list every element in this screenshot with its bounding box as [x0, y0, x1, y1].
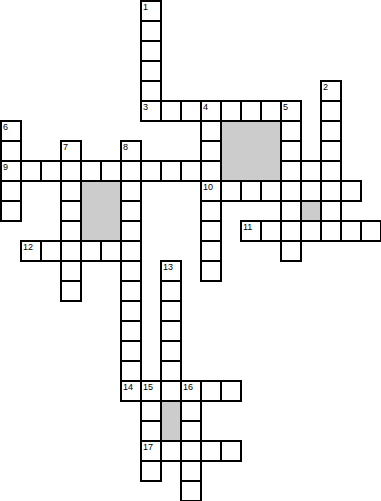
cell-r22c9[interactable] [180, 440, 202, 462]
cell-r19c7[interactable] [140, 380, 162, 402]
cell-r6c14[interactable] [280, 120, 302, 142]
cell-r8c4[interactable] [80, 160, 102, 182]
cell-r23c9[interactable] [180, 460, 202, 482]
cell-r19c9[interactable] [180, 380, 202, 402]
cell-r10c3[interactable] [60, 200, 82, 222]
cell-r5c12[interactable] [240, 100, 262, 122]
crossword-grid: 1234567891011121314151617 [0, 0, 381, 501]
cell-r5c8[interactable] [160, 100, 182, 122]
cell-r9c11[interactable] [220, 180, 242, 202]
picture-block-3 [302, 202, 320, 220]
cell-r11c14[interactable] [280, 220, 302, 242]
cell-r16c8[interactable] [160, 320, 182, 342]
picture-block-2 [82, 182, 120, 240]
cell-r14c8[interactable] [160, 280, 182, 302]
cell-r5c9[interactable] [180, 100, 202, 122]
cell-r6c0[interactable] [0, 120, 22, 142]
cell-r11c17[interactable] [340, 220, 362, 242]
cell-r6c16[interactable] [320, 120, 342, 142]
cell-r15c8[interactable] [160, 300, 182, 322]
cell-r20c9[interactable] [180, 400, 202, 422]
cell-r12c3[interactable] [60, 240, 82, 262]
cell-r17c6[interactable] [120, 340, 142, 362]
cell-r1c7[interactable] [140, 20, 162, 42]
cell-r10c10[interactable] [200, 200, 222, 222]
cell-r5c10[interactable] [200, 100, 222, 122]
cell-r5c7[interactable] [140, 100, 162, 122]
cell-r19c6[interactable] [120, 380, 142, 402]
cell-r16c6[interactable] [120, 320, 142, 342]
cell-r5c16[interactable] [320, 100, 342, 122]
cell-r8c9[interactable] [180, 160, 202, 182]
cell-r8c14[interactable] [280, 160, 302, 182]
cell-r8c1[interactable] [20, 160, 42, 182]
cell-r14c6[interactable] [120, 280, 142, 302]
cell-r8c2[interactable] [40, 160, 62, 182]
cell-r9c10[interactable] [200, 180, 222, 202]
cell-r21c9[interactable] [180, 420, 202, 442]
cell-r11c12[interactable] [240, 220, 262, 242]
cell-r8c16[interactable] [320, 160, 342, 182]
cell-r9c0[interactable] [0, 180, 22, 202]
cell-r10c6[interactable] [120, 200, 142, 222]
cell-r11c3[interactable] [60, 220, 82, 242]
cell-r5c13[interactable] [260, 100, 282, 122]
cell-r22c7[interactable] [140, 440, 162, 462]
cell-r24c9[interactable] [180, 480, 202, 501]
cell-r9c15[interactable] [300, 180, 322, 202]
cell-r0c7[interactable] [140, 0, 162, 22]
cell-r4c7[interactable] [140, 80, 162, 102]
cell-r12c2[interactable] [40, 240, 62, 262]
cell-r8c6[interactable] [120, 160, 142, 182]
cell-r11c16[interactable] [320, 220, 342, 242]
cell-r7c14[interactable] [280, 140, 302, 162]
cell-r9c12[interactable] [240, 180, 262, 202]
cell-r11c18[interactable] [360, 220, 381, 242]
cell-r13c6[interactable] [120, 260, 142, 282]
cell-r8c7[interactable] [140, 160, 162, 182]
cell-r5c11[interactable] [220, 100, 242, 122]
cell-r8c0[interactable] [0, 160, 22, 182]
cell-r22c8[interactable] [160, 440, 182, 462]
cell-r10c0[interactable] [0, 200, 22, 222]
cell-r8c15[interactable] [300, 160, 322, 182]
cell-r18c8[interactable] [160, 360, 182, 382]
cell-r9c17[interactable] [340, 180, 362, 202]
cell-r13c8[interactable] [160, 260, 182, 282]
cell-r11c15[interactable] [300, 220, 322, 242]
cell-r12c14[interactable] [280, 240, 302, 262]
cell-r19c10[interactable] [200, 380, 222, 402]
cell-r11c6[interactable] [120, 220, 142, 242]
cell-r12c6[interactable] [120, 240, 142, 262]
cell-r8c3[interactable] [60, 160, 82, 182]
cell-r20c7[interactable] [140, 400, 162, 422]
cell-r14c3[interactable] [60, 280, 82, 302]
cell-r6c10[interactable] [200, 120, 222, 142]
cell-r3c7[interactable] [140, 60, 162, 82]
cell-r8c5[interactable] [100, 160, 122, 182]
cell-r11c10[interactable] [200, 220, 222, 242]
cell-r5c14[interactable] [280, 100, 302, 122]
cell-r19c8[interactable] [160, 380, 182, 402]
cell-r9c13[interactable] [260, 180, 282, 202]
cell-r12c5[interactable] [100, 240, 122, 262]
cell-r10c14[interactable] [280, 200, 302, 222]
cell-r11c13[interactable] [260, 220, 282, 242]
cell-r7c3[interactable] [60, 140, 82, 162]
picture-block-1 [222, 122, 280, 180]
cell-r7c0[interactable] [0, 140, 22, 162]
cell-r7c10[interactable] [200, 140, 222, 162]
cell-r18c6[interactable] [120, 360, 142, 382]
cell-r12c1[interactable] [20, 240, 42, 262]
cell-r7c6[interactable] [120, 140, 142, 162]
cell-r12c10[interactable] [200, 240, 222, 262]
cell-r8c8[interactable] [160, 160, 182, 182]
cell-r13c3[interactable] [60, 260, 82, 282]
cell-r19c11[interactable] [220, 380, 242, 402]
cell-r9c6[interactable] [120, 180, 142, 202]
cell-r22c10[interactable] [200, 440, 222, 462]
cell-r9c16[interactable] [320, 180, 342, 202]
cell-r15c6[interactable] [120, 300, 142, 322]
cell-r8c10[interactable] [200, 160, 222, 182]
cell-r13c10[interactable] [200, 260, 222, 282]
cell-r22c11[interactable] [220, 440, 242, 462]
cell-r9c3[interactable] [60, 180, 82, 202]
cell-r9c14[interactable] [280, 180, 302, 202]
cell-r17c8[interactable] [160, 340, 182, 362]
cell-r12c4[interactable] [80, 240, 102, 262]
cell-r4c16[interactable] [320, 80, 342, 102]
cell-r2c7[interactable] [140, 40, 162, 62]
cell-r23c7[interactable] [140, 460, 162, 482]
cell-r7c16[interactable] [320, 140, 342, 162]
cell-r21c7[interactable] [140, 420, 162, 442]
cell-r10c16[interactable] [320, 200, 342, 222]
picture-block-4 [162, 402, 180, 440]
